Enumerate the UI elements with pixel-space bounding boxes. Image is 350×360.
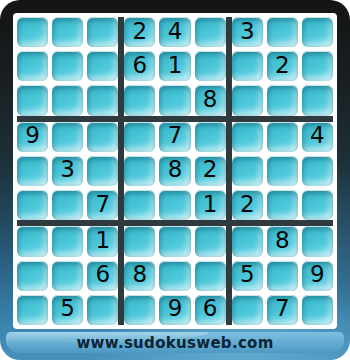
box-6: 42 xyxy=(232,122,333,221)
cell-digit: 9 xyxy=(168,297,183,320)
cell-digit: 2 xyxy=(240,193,255,216)
footer-url[interactable]: www.sudokusweb.com xyxy=(76,334,273,352)
box-5: 7821 xyxy=(124,122,225,221)
cell-digit: 3 xyxy=(240,20,255,43)
cell-r7c8[interactable]: 8 xyxy=(267,226,298,256)
cell-r4c9[interactable]: 4 xyxy=(302,122,333,152)
cell-r8c1[interactable] xyxy=(17,261,48,291)
cell-r2c6[interactable] xyxy=(195,51,226,81)
cell-digit: 6 xyxy=(133,54,148,77)
cell-digit: 8 xyxy=(275,229,290,252)
cell-r9c1[interactable] xyxy=(17,295,48,325)
cell-r3c8[interactable] xyxy=(267,85,298,115)
box-1 xyxy=(17,17,118,116)
cell-r4c3[interactable] xyxy=(87,122,118,152)
cell-r1c8[interactable] xyxy=(267,17,298,47)
cell-digit: 6 xyxy=(203,297,218,320)
box-4: 937 xyxy=(17,122,118,221)
cell-r3c9[interactable] xyxy=(302,85,333,115)
cell-digit: 4 xyxy=(168,20,183,43)
cell-r3c7[interactable] xyxy=(232,85,263,115)
board-panel: 24618329377821421658968597 xyxy=(13,13,337,329)
cell-r8c2[interactable] xyxy=(52,261,83,291)
cell-r8c6[interactable] xyxy=(195,261,226,291)
cell-r1c6[interactable] xyxy=(195,17,226,47)
box-9: 8597 xyxy=(232,226,333,325)
cell-r9c2[interactable]: 5 xyxy=(52,295,83,325)
cell-r6c9[interactable] xyxy=(302,190,333,220)
cell-r8c8[interactable] xyxy=(267,261,298,291)
cell-r9c8[interactable]: 7 xyxy=(267,295,298,325)
cell-digit: 1 xyxy=(203,193,218,216)
cell-r9c5[interactable]: 9 xyxy=(159,295,190,325)
cell-r7c6[interactable] xyxy=(195,226,226,256)
cell-r5c3[interactable] xyxy=(87,156,118,186)
cell-r6c2[interactable] xyxy=(52,190,83,220)
cell-r7c3[interactable]: 1 xyxy=(87,226,118,256)
cell-r5c6[interactable]: 2 xyxy=(195,156,226,186)
cell-digit: 7 xyxy=(95,193,110,216)
cell-r2c7[interactable] xyxy=(232,51,263,81)
cell-r8c3[interactable]: 6 xyxy=(87,261,118,291)
cell-digit: 5 xyxy=(240,263,255,286)
cell-r9c7[interactable] xyxy=(232,295,263,325)
cell-digit: 8 xyxy=(133,263,148,286)
cell-r1c2[interactable] xyxy=(52,17,83,47)
cell-r1c4[interactable]: 2 xyxy=(124,17,155,47)
sudoku-board: 24618329377821421658968597 www.sudokuswe… xyxy=(0,0,350,360)
cell-r3c6[interactable]: 8 xyxy=(195,85,226,115)
cell-r7c1[interactable] xyxy=(17,226,48,256)
cell-r9c6[interactable]: 6 xyxy=(195,295,226,325)
cell-digit: 1 xyxy=(95,229,110,252)
cell-digit: 7 xyxy=(275,297,290,320)
cell-r2c4[interactable]: 6 xyxy=(124,51,155,81)
cell-r5c5[interactable]: 8 xyxy=(159,156,190,186)
sudoku-grid: 24618329377821421658968597 xyxy=(17,17,333,325)
cell-r6c1[interactable] xyxy=(17,190,48,220)
cell-digit: 8 xyxy=(203,88,218,111)
cell-r7c7[interactable] xyxy=(232,226,263,256)
cell-r9c9[interactable] xyxy=(302,295,333,325)
cell-r5c7[interactable] xyxy=(232,156,263,186)
cell-r2c9[interactable] xyxy=(302,51,333,81)
cell-r1c3[interactable] xyxy=(87,17,118,47)
cell-digit: 9 xyxy=(25,124,40,147)
footer-band: www.sudokusweb.com xyxy=(6,332,344,353)
cell-r1c1[interactable] xyxy=(17,17,48,47)
cell-digit: 9 xyxy=(310,263,325,286)
cell-r6c6[interactable]: 1 xyxy=(195,190,226,220)
cell-digit: 7 xyxy=(168,124,183,147)
cell-r5c2[interactable]: 3 xyxy=(52,156,83,186)
cell-r4c4[interactable] xyxy=(124,122,155,152)
cell-r7c5[interactable] xyxy=(159,226,190,256)
cell-digit: 8 xyxy=(168,158,183,181)
cell-r9c4[interactable] xyxy=(124,295,155,325)
cell-digit: 2 xyxy=(275,54,290,77)
box-3: 32 xyxy=(232,17,333,116)
cell-r5c1[interactable] xyxy=(17,156,48,186)
cell-r4c5[interactable]: 7 xyxy=(159,122,190,152)
cell-r3c4[interactable] xyxy=(124,85,155,115)
cell-r1c7[interactable]: 3 xyxy=(232,17,263,47)
cell-r3c1[interactable] xyxy=(17,85,48,115)
cell-r2c3[interactable] xyxy=(87,51,118,81)
cell-r6c5[interactable] xyxy=(159,190,190,220)
cell-r3c3[interactable] xyxy=(87,85,118,115)
cell-r2c5[interactable]: 1 xyxy=(159,51,190,81)
cell-r4c1[interactable]: 9 xyxy=(17,122,48,152)
cell-r2c1[interactable] xyxy=(17,51,48,81)
cell-r5c9[interactable] xyxy=(302,156,333,186)
cell-r3c2[interactable] xyxy=(52,85,83,115)
cell-r8c5[interactable] xyxy=(159,261,190,291)
cell-digit: 4 xyxy=(310,124,325,147)
cell-r4c2[interactable] xyxy=(52,122,83,152)
cell-r9c3[interactable] xyxy=(87,295,118,325)
cell-digit: 1 xyxy=(168,54,183,77)
cell-r8c4[interactable]: 8 xyxy=(124,261,155,291)
cell-r1c5[interactable]: 4 xyxy=(159,17,190,47)
cell-r7c9[interactable] xyxy=(302,226,333,256)
cell-r2c2[interactable] xyxy=(52,51,83,81)
cell-r8c7[interactable]: 5 xyxy=(232,261,263,291)
cell-r4c6[interactable] xyxy=(195,122,226,152)
cell-r1c9[interactable] xyxy=(302,17,333,47)
cell-digit: 5 xyxy=(60,297,75,320)
box-2: 24618 xyxy=(124,17,225,116)
cell-digit: 3 xyxy=(60,158,75,181)
cell-digit: 2 xyxy=(133,20,148,43)
cell-r6c7[interactable]: 2 xyxy=(232,190,263,220)
cell-r3c5[interactable] xyxy=(159,85,190,115)
cell-r4c7[interactable] xyxy=(232,122,263,152)
cell-r8c9[interactable]: 9 xyxy=(302,261,333,291)
cell-r2c8[interactable]: 2 xyxy=(267,51,298,81)
cell-r5c4[interactable] xyxy=(124,156,155,186)
cell-r6c3[interactable]: 7 xyxy=(87,190,118,220)
cell-digit: 6 xyxy=(95,263,110,286)
cell-r7c4[interactable] xyxy=(124,226,155,256)
box-8: 896 xyxy=(124,226,225,325)
box-7: 165 xyxy=(17,226,118,325)
cell-r6c4[interactable] xyxy=(124,190,155,220)
cell-digit: 2 xyxy=(203,158,218,181)
cell-r4c8[interactable] xyxy=(267,122,298,152)
cell-r6c8[interactable] xyxy=(267,190,298,220)
cell-r7c2[interactable] xyxy=(52,226,83,256)
cell-r5c8[interactable] xyxy=(267,156,298,186)
